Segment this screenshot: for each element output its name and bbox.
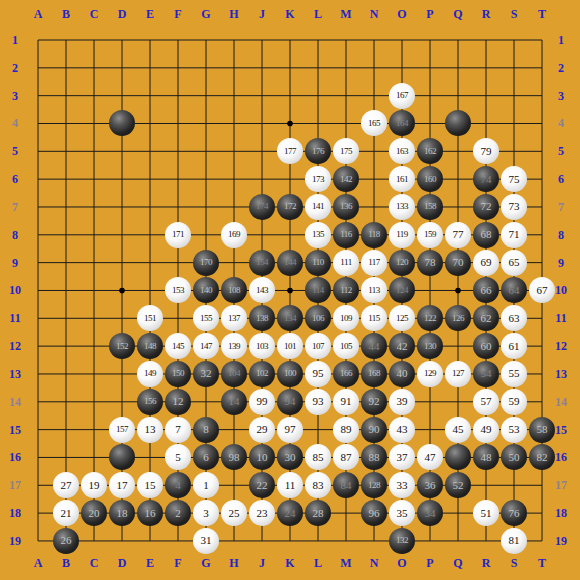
black-stone-L18: 28 — [305, 500, 331, 526]
column-label-top: N — [370, 7, 379, 22]
black-stone-J7: 174 — [249, 194, 275, 220]
column-label-bottom: Q — [453, 556, 462, 571]
white-stone-M16: 87 — [333, 444, 359, 470]
column-label-top: S — [511, 7, 518, 22]
white-stone-H11: 137 — [221, 305, 247, 331]
white-stone-N9: 117 — [361, 250, 387, 276]
white-stone-O6: 161 — [389, 166, 415, 192]
white-stone-S19: 81 — [501, 528, 527, 554]
column-label-top: J — [259, 7, 265, 22]
black-stone-N15: 90 — [361, 417, 387, 443]
black-stone-Q9: 70 — [445, 250, 471, 276]
white-stone-O15: 43 — [389, 417, 415, 443]
white-stone-S6: 75 — [501, 166, 527, 192]
white-stone-H8: 169 — [221, 222, 247, 248]
white-stone-L13: 95 — [305, 361, 331, 387]
column-label-top: B — [62, 7, 70, 22]
row-label-left: 12 — [9, 339, 21, 354]
row-label-left: 3 — [12, 88, 18, 103]
row-label-left: 17 — [9, 478, 21, 493]
column-label-bottom: O — [397, 556, 406, 571]
black-stone-E12: 148 — [137, 333, 163, 359]
row-label-right: 10 — [555, 283, 567, 298]
black-stone-M8: 116 — [333, 222, 359, 248]
row-label-right: 4 — [558, 116, 564, 131]
white-stone-O14: 39 — [389, 389, 415, 415]
white-stone-O18: 35 — [389, 500, 415, 526]
white-stone-F12: 145 — [165, 333, 191, 359]
black-stone-L11: 106 — [305, 305, 331, 331]
black-stone-H16: 98 — [221, 444, 247, 470]
black-stone-F17: 4 — [165, 472, 191, 498]
black-stone-R7: 72 — [473, 194, 499, 220]
row-label-left: 18 — [9, 506, 21, 521]
column-label-bottom: G — [201, 556, 210, 571]
black-stone-M6: 142 — [333, 166, 359, 192]
column-label-bottom: P — [426, 556, 433, 571]
white-stone-H18: 25 — [221, 500, 247, 526]
column-label-top: E — [146, 7, 154, 22]
white-stone-T10: 67 — [529, 277, 555, 303]
black-stone-O12: 42 — [389, 333, 415, 359]
white-stone-Q15: 45 — [445, 417, 471, 443]
column-label-top: T — [538, 7, 546, 22]
white-stone-M9: 111 — [333, 250, 359, 276]
white-stone-E15: 13 — [137, 417, 163, 443]
row-label-left: 15 — [9, 422, 21, 437]
black-stone-F14: 12 — [165, 389, 191, 415]
white-stone-N11: 115 — [361, 305, 387, 331]
black-stone-K13: 100 — [277, 361, 303, 387]
black-stone-N14: 92 — [361, 389, 387, 415]
black-stone-T16: 82 — [529, 444, 555, 470]
row-label-left: 14 — [9, 394, 21, 409]
row-label-left: 1 — [12, 33, 18, 48]
black-stone-N8: 118 — [361, 222, 387, 248]
row-label-right: 5 — [558, 144, 564, 159]
black-stone-K9: 144 — [277, 250, 303, 276]
row-label-left: 2 — [12, 60, 18, 75]
white-stone-L12: 107 — [305, 333, 331, 359]
black-stone-Q17: 52 — [445, 472, 471, 498]
white-stone-B17: 27 — [53, 472, 79, 498]
black-stone-P6: 160 — [417, 166, 443, 192]
black-stone-R8: 68 — [473, 222, 499, 248]
white-stone-J10: 143 — [249, 277, 275, 303]
black-stone-H14: 14 — [221, 389, 247, 415]
white-stone-L14: 93 — [305, 389, 331, 415]
row-label-right: 1 — [558, 33, 564, 48]
black-stone-F13: 150 — [165, 361, 191, 387]
black-stone-G9: 170 — [193, 250, 219, 276]
white-stone-G11: 155 — [193, 305, 219, 331]
row-label-right: 16 — [555, 450, 567, 465]
white-stone-G18: 3 — [193, 500, 219, 526]
white-stone-K12: 101 — [277, 333, 303, 359]
row-label-left: 4 — [12, 116, 18, 131]
white-stone-E11: 151 — [137, 305, 163, 331]
white-stone-H12: 139 — [221, 333, 247, 359]
row-label-right: 12 — [555, 339, 567, 354]
column-label-bottom: E — [146, 556, 154, 571]
column-label-bottom: A — [34, 556, 43, 571]
black-stone-E14: 156 — [137, 389, 163, 415]
black-stone-M7: 136 — [333, 194, 359, 220]
white-stone-D17: 17 — [109, 472, 135, 498]
column-label-bottom: H — [229, 556, 238, 571]
row-label-left: 8 — [12, 227, 18, 242]
go-board[interactable]: 1234567810111213141516171819202122232425… — [0, 0, 580, 580]
white-stone-F15: 7 — [165, 417, 191, 443]
white-stone-S11: 63 — [501, 305, 527, 331]
black-stone-K11: 134 — [277, 305, 303, 331]
column-label-top: G — [201, 7, 210, 22]
black-stone-Q11: 126 — [445, 305, 471, 331]
black-stone-R6: 74 — [473, 166, 499, 192]
white-stone-L8: 135 — [305, 222, 331, 248]
black-stone-J13: 102 — [249, 361, 275, 387]
black-stone-B19: 26 — [53, 528, 79, 554]
white-stone-K17: 11 — [277, 472, 303, 498]
white-stone-Q13: 127 — [445, 361, 471, 387]
black-stone-P17: 36 — [417, 472, 443, 498]
row-label-right: 14 — [555, 394, 567, 409]
black-stone-G16: 6 — [193, 444, 219, 470]
white-stone-F8: 171 — [165, 222, 191, 248]
black-stone-N16: 88 — [361, 444, 387, 470]
column-label-bottom: K — [285, 556, 294, 571]
black-stone-H10: 108 — [221, 277, 247, 303]
white-stone-R9: 69 — [473, 250, 499, 276]
white-stone-S7: 73 — [501, 194, 527, 220]
white-stone-K15: 97 — [277, 417, 303, 443]
white-stone-O8: 119 — [389, 222, 415, 248]
black-stone-G13: 32 — [193, 361, 219, 387]
column-label-bottom: F — [174, 556, 181, 571]
column-label-bottom: S — [511, 556, 518, 571]
black-stone-D18: 18 — [109, 500, 135, 526]
column-label-bottom: R — [482, 556, 491, 571]
white-stone-Q8: 77 — [445, 222, 471, 248]
handicap-black-stone-Q4 — [445, 110, 471, 136]
black-stone-R12: 60 — [473, 333, 499, 359]
column-label-top: R — [482, 7, 491, 22]
black-stone-M10: 112 — [333, 277, 359, 303]
black-stone-P18: 34 — [417, 500, 443, 526]
black-stone-O10: 124 — [389, 277, 415, 303]
black-stone-K18: 24 — [277, 500, 303, 526]
white-stone-O17: 33 — [389, 472, 415, 498]
white-stone-L7: 141 — [305, 194, 331, 220]
column-label-bottom: L — [314, 556, 322, 571]
white-stone-R5: 79 — [473, 138, 499, 164]
black-stone-O19: 132 — [389, 528, 415, 554]
handicap-black-stone-D4 — [109, 110, 135, 136]
column-label-bottom: J — [259, 556, 265, 571]
row-label-left: 7 — [12, 199, 18, 214]
column-label-top: M — [340, 7, 351, 22]
white-stone-J15: 29 — [249, 417, 275, 443]
black-stone-J16: 10 — [249, 444, 275, 470]
white-stone-L16: 85 — [305, 444, 331, 470]
white-stone-R15: 49 — [473, 417, 499, 443]
column-label-top: K — [285, 7, 294, 22]
column-label-top: O — [397, 7, 406, 22]
black-stone-N18: 96 — [361, 500, 387, 526]
white-stone-M12: 105 — [333, 333, 359, 359]
row-label-left: 11 — [9, 311, 20, 326]
black-stone-P7: 158 — [417, 194, 443, 220]
row-label-right: 9 — [558, 255, 564, 270]
black-stone-N13: 168 — [361, 361, 387, 387]
white-stone-E17: 15 — [137, 472, 163, 498]
row-label-left: 10 — [9, 283, 21, 298]
handicap-black-stone-D16 — [109, 444, 135, 470]
row-label-left: 19 — [9, 533, 21, 548]
white-stone-O5: 163 — [389, 138, 415, 164]
row-label-right: 15 — [555, 422, 567, 437]
column-label-top: H — [229, 7, 238, 22]
white-stone-P13: 129 — [417, 361, 443, 387]
black-stone-H13: 104 — [221, 361, 247, 387]
column-label-top: Q — [453, 7, 462, 22]
row-label-left: 6 — [12, 172, 18, 187]
row-label-right: 19 — [555, 533, 567, 548]
black-stone-S18: 76 — [501, 500, 527, 526]
white-stone-O11: 125 — [389, 305, 415, 331]
column-label-top: L — [314, 7, 322, 22]
black-stone-P9: 78 — [417, 250, 443, 276]
white-stone-E13: 149 — [137, 361, 163, 387]
board-grid: 1234567810111213141516171819202122232425… — [24, 26, 556, 555]
black-stone-J9: 154 — [249, 250, 275, 276]
white-stone-O7: 133 — [389, 194, 415, 220]
white-stone-S8: 71 — [501, 222, 527, 248]
white-stone-F16: 5 — [165, 444, 191, 470]
row-label-right: 2 — [558, 60, 564, 75]
column-label-top: A — [34, 7, 43, 22]
row-label-right: 13 — [555, 366, 567, 381]
white-stone-N4: 165 — [361, 110, 387, 136]
white-stone-L6: 173 — [305, 166, 331, 192]
black-stone-K14: 94 — [277, 389, 303, 415]
white-stone-B18: 21 — [53, 500, 79, 526]
black-stone-K16: 30 — [277, 444, 303, 470]
black-stone-S10: 64 — [501, 277, 527, 303]
row-label-right: 18 — [555, 506, 567, 521]
column-label-top: D — [118, 7, 127, 22]
white-stone-S12: 61 — [501, 333, 527, 359]
black-stone-L5: 176 — [305, 138, 331, 164]
black-stone-O9: 120 — [389, 250, 415, 276]
black-stone-G10: 140 — [193, 277, 219, 303]
white-stone-S14: 59 — [501, 389, 527, 415]
white-stone-M5: 175 — [333, 138, 359, 164]
white-stone-S9: 65 — [501, 250, 527, 276]
white-stone-G12: 147 — [193, 333, 219, 359]
black-stone-S16: 50 — [501, 444, 527, 470]
column-label-top: C — [90, 7, 99, 22]
column-label-bottom: D — [118, 556, 127, 571]
black-stone-F18: 2 — [165, 500, 191, 526]
black-stone-O4: 164 — [389, 110, 415, 136]
white-stone-F10: 153 — [165, 277, 191, 303]
column-label-bottom: N — [370, 556, 379, 571]
column-label-bottom: C — [90, 556, 99, 571]
row-label-right: 7 — [558, 199, 564, 214]
black-stone-L9: 110 — [305, 250, 331, 276]
white-stone-R14: 57 — [473, 389, 499, 415]
white-stone-D15: 157 — [109, 417, 135, 443]
row-label-left: 13 — [9, 366, 21, 381]
black-stone-J11: 138 — [249, 305, 275, 331]
column-label-top: F — [174, 7, 181, 22]
row-label-left: 5 — [12, 144, 18, 159]
white-stone-C17: 19 — [81, 472, 107, 498]
black-stone-R16: 48 — [473, 444, 499, 470]
column-label-top: P — [426, 7, 433, 22]
black-stone-R10: 66 — [473, 277, 499, 303]
black-stone-L10: 114 — [305, 277, 331, 303]
black-stone-M13: 166 — [333, 361, 359, 387]
column-label-bottom: M — [340, 556, 351, 571]
white-stone-O3: 167 — [389, 83, 415, 109]
row-label-left: 16 — [9, 450, 21, 465]
white-stone-M15: 89 — [333, 417, 359, 443]
white-stone-M14: 91 — [333, 389, 359, 415]
column-label-bottom: B — [62, 556, 70, 571]
white-stone-K5: 177 — [277, 138, 303, 164]
white-stone-J18: 23 — [249, 500, 275, 526]
black-stone-O13: 40 — [389, 361, 415, 387]
column-label-bottom: T — [538, 556, 546, 571]
black-stone-K7: 172 — [277, 194, 303, 220]
black-stone-C18: 20 — [81, 500, 107, 526]
black-stone-D12: 152 — [109, 333, 135, 359]
black-stone-E18: 16 — [137, 500, 163, 526]
black-stone-T15: 58 — [529, 417, 555, 443]
white-stone-M11: 109 — [333, 305, 359, 331]
row-label-right: 11 — [555, 311, 566, 326]
black-stone-R11: 62 — [473, 305, 499, 331]
row-label-right: 6 — [558, 172, 564, 187]
row-label-right: 17 — [555, 478, 567, 493]
white-stone-L17: 83 — [305, 472, 331, 498]
black-stone-P12: 130 — [417, 333, 443, 359]
black-stone-N12: 44 — [361, 333, 387, 359]
row-label-left: 9 — [12, 255, 18, 270]
white-stone-J12: 103 — [249, 333, 275, 359]
white-stone-N10: 113 — [361, 277, 387, 303]
black-stone-M17: 84 — [333, 472, 359, 498]
white-stone-G19: 31 — [193, 528, 219, 554]
white-stone-G17: 1 — [193, 472, 219, 498]
black-stone-P11: 122 — [417, 305, 443, 331]
white-stone-O16: 37 — [389, 444, 415, 470]
white-stone-R18: 51 — [473, 500, 499, 526]
black-stone-G15: 8 — [193, 417, 219, 443]
row-label-right: 3 — [558, 88, 564, 103]
white-stone-P16: 47 — [417, 444, 443, 470]
black-stone-P5: 162 — [417, 138, 443, 164]
black-stone-R13: 54 — [473, 361, 499, 387]
row-label-right: 8 — [558, 227, 564, 242]
black-stone-J17: 22 — [249, 472, 275, 498]
black-stone-N17: 128 — [361, 472, 387, 498]
white-stone-J14: 99 — [249, 389, 275, 415]
handicap-black-stone-Q16 — [445, 444, 471, 470]
white-stone-S15: 53 — [501, 417, 527, 443]
white-stone-P8: 159 — [417, 222, 443, 248]
white-stone-S13: 55 — [501, 361, 527, 387]
